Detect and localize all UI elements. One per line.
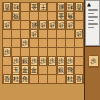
sente-move-marker: ▲ xyxy=(86,1,99,7)
board-cell[interactable] xyxy=(30,75,38,83)
board-grid: 香桂金王銀桂香飛金角歩銀歩歩歩歩歩歩歩歩歩銀歩歩歩歩歩玉金金銀飛香桂角桂香 xyxy=(2,2,84,84)
board-cell[interactable] xyxy=(12,30,20,38)
piece-sente-pawn[interactable]: 歩 xyxy=(66,57,74,65)
board-cell[interactable]: 金 xyxy=(30,3,38,11)
board-cell[interactable]: 桂 xyxy=(66,75,74,83)
move-list[interactable]: ▲ xyxy=(85,0,100,46)
board-cell[interactable]: 飛 xyxy=(12,12,20,20)
board-cell[interactable]: 歩 xyxy=(30,57,38,65)
board-cell[interactable] xyxy=(39,48,47,56)
piece-gote-silver[interactable]: 銀 xyxy=(30,21,38,29)
board-cell[interactable] xyxy=(30,12,38,20)
board-cell[interactable] xyxy=(39,66,47,74)
board-cell[interactable] xyxy=(21,12,29,20)
move-list-entry-line xyxy=(88,27,95,29)
board-cell[interactable] xyxy=(3,57,11,65)
board-cell[interactable] xyxy=(66,48,74,56)
board-cell[interactable] xyxy=(21,30,29,38)
board-cell[interactable] xyxy=(66,39,74,47)
board-cell[interactable] xyxy=(3,39,11,47)
piece-gote-pawn[interactable]: 歩 xyxy=(48,21,56,29)
board-cell[interactable]: 歩 xyxy=(57,57,65,65)
board-cell[interactable]: 桂 xyxy=(12,3,20,11)
piece-sente-pawn[interactable]: 歩 xyxy=(30,57,38,65)
board-cell[interactable] xyxy=(48,48,56,56)
board-cell[interactable]: 銀 xyxy=(21,57,29,65)
board-cell[interactable]: 金 xyxy=(57,12,65,20)
board-cell[interactable]: 歩 xyxy=(3,48,11,56)
piece-gote-pawn[interactable]: 歩 xyxy=(3,21,11,29)
board-cell[interactable] xyxy=(39,39,47,47)
move-list-entry-line xyxy=(88,16,98,18)
board-cell[interactable] xyxy=(48,39,56,47)
board-cell[interactable]: 王 xyxy=(39,3,47,11)
piece-sente-silver[interactable]: 銀 xyxy=(57,66,65,74)
piece-gote-knight[interactable]: 桂 xyxy=(66,3,74,11)
board-cell[interactable]: 歩 xyxy=(39,57,47,65)
piece-gote-lance[interactable]: 香 xyxy=(3,3,11,11)
piece-sente-lance[interactable]: 香 xyxy=(3,75,11,83)
board-cell[interactable] xyxy=(48,12,56,20)
piece-sente-king[interactable]: 玉 xyxy=(12,66,20,74)
board-cell[interactable] xyxy=(21,21,29,29)
piece-sente-bishop[interactable]: 角 xyxy=(21,75,29,83)
board-cell[interactable]: 玉 xyxy=(12,66,20,74)
board-cell[interactable] xyxy=(48,66,56,74)
board-cell[interactable] xyxy=(48,30,56,38)
board-cell[interactable] xyxy=(57,39,65,47)
board-cell[interactable]: 飛 xyxy=(66,66,74,74)
piece-sente-gold[interactable]: 金 xyxy=(21,66,29,74)
board-cell[interactable]: 香 xyxy=(75,3,83,11)
piece-sente-pawn[interactable]: 歩 xyxy=(12,57,20,65)
board-cell[interactable]: 角 xyxy=(21,75,29,83)
board-cell[interactable]: 桂 xyxy=(66,3,74,11)
board-cell[interactable] xyxy=(12,48,20,56)
piece-sente-pawn[interactable]: 歩 xyxy=(48,57,56,65)
board-cell[interactable] xyxy=(3,30,11,38)
board-cell[interactable]: 桂 xyxy=(12,75,20,83)
piece-sente-gold[interactable]: 金 xyxy=(30,66,38,74)
move-list-entry-line xyxy=(88,20,95,22)
board-cell[interactable]: 銀 xyxy=(57,3,65,11)
board-cell[interactable] xyxy=(39,30,47,38)
board-cell[interactable]: 歩 xyxy=(39,21,47,29)
piece-sente-lance[interactable]: 香 xyxy=(75,75,83,83)
piece-gote-silver[interactable]: 銀 xyxy=(57,3,65,11)
board-cell[interactable] xyxy=(21,48,29,56)
board-cell[interactable] xyxy=(12,39,20,47)
board-cell[interactable]: 金 xyxy=(30,66,38,74)
board-cell[interactable]: 金 xyxy=(21,66,29,74)
board-cell[interactable]: 香 xyxy=(75,75,83,83)
move-list-entry-line xyxy=(88,23,98,25)
board-cell[interactable] xyxy=(75,39,83,47)
board-cell[interactable] xyxy=(48,3,56,11)
board-cell[interactable] xyxy=(66,30,74,38)
board-cell[interactable] xyxy=(3,66,11,74)
board-cell[interactable]: 角 xyxy=(66,12,74,20)
board-cell[interactable] xyxy=(39,75,47,83)
board-cell[interactable] xyxy=(75,66,83,74)
board-cell[interactable]: 歩 xyxy=(21,39,29,47)
piece-gote-knight[interactable]: 桂 xyxy=(12,3,20,11)
shogi-app-window: 香桂金王銀桂香飛金角歩銀歩歩歩歩歩歩歩歩歩銀歩歩歩歩歩玉金金銀飛香桂角桂香 ▲ … xyxy=(0,0,100,100)
board-cell[interactable]: 歩 xyxy=(57,21,65,29)
piece-gote-lance[interactable]: 香 xyxy=(75,3,83,11)
piece-gote-pawn[interactable]: 歩 xyxy=(57,21,65,29)
piece-sente-silver[interactable]: 銀 xyxy=(21,57,29,65)
board-cell[interactable] xyxy=(48,75,56,83)
board-cell[interactable] xyxy=(75,21,83,29)
board-cell[interactable] xyxy=(57,75,65,83)
move-list-entry-line xyxy=(88,9,98,11)
sente-piece-stand: 歩 xyxy=(85,46,100,100)
board-cell[interactable]: 歩 xyxy=(75,30,83,38)
piece-gote-pawn[interactable]: 歩 xyxy=(30,30,38,38)
board-cell[interactable]: 歩 xyxy=(12,57,20,65)
piece-sente-rook[interactable]: 飛 xyxy=(66,66,74,74)
board-cell[interactable] xyxy=(57,48,65,56)
board-cell[interactable] xyxy=(30,39,38,47)
board-cell[interactable]: 歩 xyxy=(66,57,74,65)
board-cell[interactable] xyxy=(3,12,11,20)
piece-sente-pawn[interactable]: 歩 xyxy=(39,57,47,65)
piece-gote-gold[interactable]: 金 xyxy=(30,3,38,11)
piece-sente-knight[interactable]: 桂 xyxy=(66,75,74,83)
piece-gote-gold[interactable]: 金 xyxy=(57,12,65,20)
board-cell[interactable]: 香 xyxy=(3,3,11,11)
board-cell[interactable] xyxy=(75,48,83,56)
piece-sente-pawn[interactable]: 歩 xyxy=(3,48,11,56)
board-cell[interactable]: 歩 xyxy=(3,21,11,29)
board-cell[interactable] xyxy=(30,48,38,56)
piece-sente-pawn[interactable]: 歩 xyxy=(21,39,29,47)
shogi-board: 香桂金王銀桂香飛金角歩銀歩歩歩歩歩歩歩歩歩銀歩歩歩歩歩玉金金銀飛香桂角桂香 xyxy=(0,0,84,100)
board-cell[interactable]: 歩 xyxy=(48,57,56,65)
board-cell[interactable] xyxy=(39,12,47,20)
piece-sente-knight[interactable]: 桂 xyxy=(12,75,20,83)
board-cell[interactable] xyxy=(21,3,29,11)
side-panel: ▲ 歩 xyxy=(85,0,100,100)
board-cell[interactable]: 香 xyxy=(3,75,11,83)
piece-gote-pawn[interactable]: 歩 xyxy=(39,21,47,29)
captured-piece-pawn[interactable]: 歩 xyxy=(88,55,99,67)
board-cell[interactable]: 歩 xyxy=(48,21,56,29)
board-cell-last-move[interactable]: 銀 xyxy=(30,21,38,29)
move-list-entry-line xyxy=(88,13,95,15)
piece-gote-king[interactable]: 王 xyxy=(39,3,47,11)
board-cell[interactable] xyxy=(75,12,83,20)
piece-gote-pawn[interactable]: 歩 xyxy=(66,21,74,29)
board-cell[interactable]: 銀 xyxy=(57,66,65,74)
board-cell[interactable]: 歩 xyxy=(30,30,38,38)
piece-gote-bishop[interactable]: 角 xyxy=(66,12,74,20)
piece-gote-rook[interactable]: 飛 xyxy=(12,12,20,20)
board-cell[interactable]: 歩 xyxy=(66,21,74,29)
board-cell[interactable] xyxy=(57,30,65,38)
board-cell[interactable] xyxy=(75,57,83,65)
piece-sente-pawn[interactable]: 歩 xyxy=(57,57,65,65)
piece-gote-pawn[interactable]: 歩 xyxy=(75,30,83,38)
board-cell[interactable] xyxy=(12,21,20,29)
